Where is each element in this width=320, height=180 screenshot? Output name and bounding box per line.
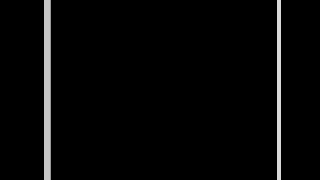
letterbox-left <box>0 0 44 180</box>
letterbox-right <box>281 0 320 180</box>
video-frame <box>0 0 320 180</box>
chess-board <box>51 0 277 180</box>
rank-coordinate-strip <box>44 0 51 180</box>
board-frame-right <box>277 0 281 180</box>
